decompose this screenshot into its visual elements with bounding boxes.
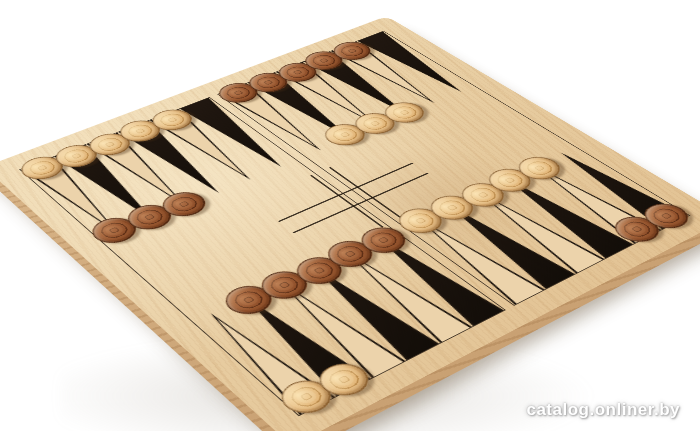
- checker-light[interactable]: [390, 204, 451, 239]
- point-triangle-inner: [402, 211, 545, 305]
- checker-dark[interactable]: [606, 212, 668, 247]
- scene: [83, 0, 613, 431]
- point-bottom-6: [361, 230, 504, 327]
- checker-light[interactable]: [422, 191, 482, 225]
- point-triangle: [296, 259, 439, 361]
- point-triangle: [361, 230, 504, 327]
- checker-dark[interactable]: [119, 200, 179, 234]
- point-triangle: [462, 184, 604, 273]
- checker-light[interactable]: [271, 374, 340, 420]
- photo-canvas: catalog.onliner.by: [0, 0, 700, 431]
- point-triangle-inner: [329, 244, 472, 343]
- point-triangle-inner: [462, 184, 604, 273]
- point-bottom-4: [296, 259, 439, 361]
- point-triangle: [228, 289, 371, 396]
- point-bottom-9: [462, 184, 604, 273]
- checker-dark[interactable]: [252, 266, 316, 305]
- checker-dark[interactable]: [288, 252, 351, 290]
- checker-dark[interactable]: [635, 199, 696, 233]
- checker-dark[interactable]: [216, 281, 280, 320]
- board-surface: [0, 16, 700, 431]
- point-bottom-5: [329, 244, 472, 343]
- point-triangle-inner: [263, 274, 406, 378]
- point-bottom-3: [263, 274, 406, 378]
- point-triangle-inner: [433, 198, 576, 289]
- checker-dark[interactable]: [319, 236, 381, 273]
- point-bottom-2: [228, 289, 371, 396]
- checker-dark[interactable]: [352, 223, 414, 259]
- point-triangle: [402, 211, 545, 305]
- point-triangle-inner: [296, 259, 439, 361]
- point-triangle: [193, 305, 336, 415]
- point-triangle-inner: [361, 230, 504, 327]
- point-bottom-8: [433, 198, 576, 289]
- watermark: catalog.onliner.by: [526, 400, 680, 420]
- checker-light[interactable]: [309, 358, 378, 403]
- backgammon-board: [0, 16, 700, 431]
- point-bottom-1: [193, 305, 336, 415]
- point-bottom-7: [402, 211, 545, 305]
- checker-dark[interactable]: [84, 213, 144, 248]
- point-triangle-inner: [193, 305, 336, 415]
- point-triangle: [433, 198, 576, 289]
- point-triangle: [329, 244, 472, 343]
- checker-dark[interactable]: [154, 188, 213, 222]
- point-triangle-inner: [228, 289, 371, 396]
- point-triangle: [263, 274, 406, 378]
